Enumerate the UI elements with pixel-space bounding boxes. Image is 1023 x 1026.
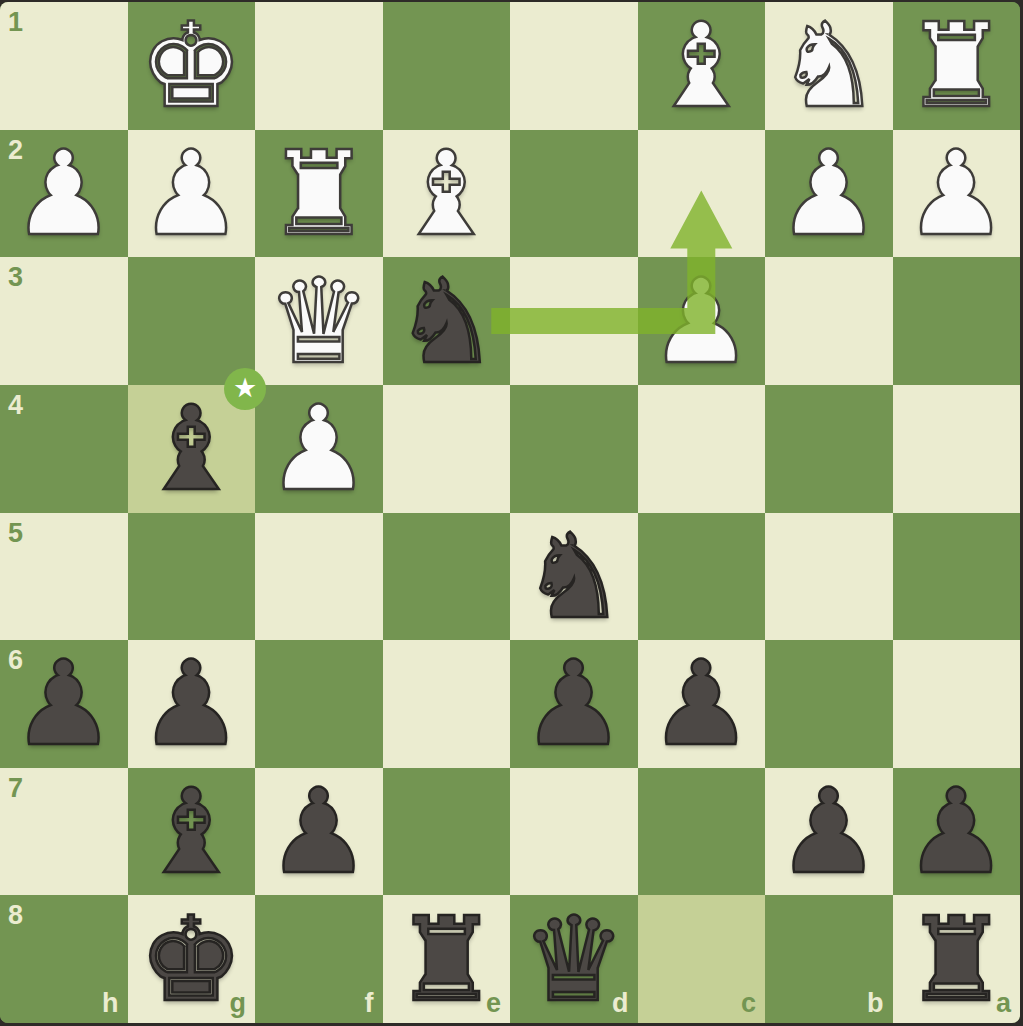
square-d8[interactable]: d♛ [510, 895, 638, 1023]
square-g5[interactable] [128, 513, 256, 641]
white-pawn[interactable]: ♟ [893, 130, 1021, 258]
square-c4[interactable] [638, 385, 766, 513]
white-pawn[interactable]: ♟ [128, 130, 256, 258]
black-pawn[interactable]: ♟ [765, 768, 893, 896]
square-g6[interactable]: ♟ [128, 640, 256, 768]
square-c5[interactable] [638, 513, 766, 641]
black-king[interactable]: ♚ [128, 895, 256, 1023]
board-grid: 1♚♝♞♜2♟♟♜♝♟♟3♛♞♟4♝♟5♞6♟♟♟♟7♝♟♟♟8hg♚fe♜d♛… [0, 2, 1020, 1023]
square-c8[interactable]: c [638, 895, 766, 1023]
square-c6[interactable]: ♟ [638, 640, 766, 768]
square-h5[interactable]: 5 [0, 513, 128, 641]
square-d7[interactable] [510, 768, 638, 896]
square-a1[interactable]: ♜ [893, 2, 1021, 130]
white-rook[interactable]: ♜ [893, 2, 1021, 130]
square-b2[interactable]: ♟ [765, 130, 893, 258]
white-king[interactable]: ♚ [128, 2, 256, 130]
black-pawn[interactable]: ♟ [510, 640, 638, 768]
square-f1[interactable] [255, 2, 383, 130]
rank-label-3: 3 [8, 264, 23, 291]
square-e6[interactable] [383, 640, 511, 768]
square-g3[interactable] [128, 257, 256, 385]
black-rook[interactable]: ♜ [383, 895, 511, 1023]
square-b7[interactable]: ♟ [765, 768, 893, 896]
square-h3[interactable]: 3 [0, 257, 128, 385]
chess-board: 1♚♝♞♜2♟♟♜♝♟♟3♛♞♟4♝♟5♞6♟♟♟♟7♝♟♟♟8hg♚fe♜d♛… [0, 2, 1020, 1023]
square-e4[interactable] [383, 385, 511, 513]
square-a7[interactable]: ♟ [893, 768, 1021, 896]
square-a3[interactable] [893, 257, 1021, 385]
square-d6[interactable]: ♟ [510, 640, 638, 768]
black-pawn[interactable]: ♟ [0, 640, 128, 768]
file-label-f: f [365, 990, 374, 1017]
white-queen[interactable]: ♛ [255, 257, 383, 385]
white-pawn[interactable]: ♟ [765, 130, 893, 258]
black-pawn[interactable]: ♟ [893, 768, 1021, 896]
square-a8[interactable]: a♜ [893, 895, 1021, 1023]
square-d3[interactable] [510, 257, 638, 385]
white-bishop[interactable]: ♝ [383, 130, 511, 258]
square-h4[interactable]: 4 [0, 385, 128, 513]
square-e1[interactable] [383, 2, 511, 130]
square-b3[interactable] [765, 257, 893, 385]
square-d4[interactable] [510, 385, 638, 513]
square-f3[interactable]: ♛ [255, 257, 383, 385]
square-g4[interactable]: ♝ [128, 385, 256, 513]
square-a4[interactable] [893, 385, 1021, 513]
black-bishop[interactable]: ♝ [128, 385, 256, 513]
square-a6[interactable] [893, 640, 1021, 768]
file-label-h: h [102, 990, 119, 1017]
black-queen[interactable]: ♛ [510, 895, 638, 1023]
rank-label-7: 7 [8, 775, 23, 802]
square-d5[interactable]: ♞ [510, 513, 638, 641]
white-pawn[interactable]: ♟ [255, 385, 383, 513]
rank-label-5: 5 [8, 520, 23, 547]
square-f5[interactable] [255, 513, 383, 641]
square-h2[interactable]: 2♟ [0, 130, 128, 258]
file-label-c: c [741, 990, 756, 1017]
square-e7[interactable] [383, 768, 511, 896]
black-knight[interactable]: ♞ [510, 513, 638, 641]
white-rook[interactable]: ♜ [255, 130, 383, 258]
square-f2[interactable]: ♜ [255, 130, 383, 258]
square-b8[interactable]: b [765, 895, 893, 1023]
square-e5[interactable] [383, 513, 511, 641]
square-f8[interactable]: f [255, 895, 383, 1023]
rank-label-8: 8 [8, 902, 23, 929]
square-f7[interactable]: ♟ [255, 768, 383, 896]
square-h7[interactable]: 7 [0, 768, 128, 896]
square-e8[interactable]: e♜ [383, 895, 511, 1023]
rank-label-4: 4 [8, 392, 23, 419]
square-c3[interactable]: ♟ [638, 257, 766, 385]
square-f6[interactable] [255, 640, 383, 768]
file-label-b: b [867, 990, 884, 1017]
square-c2[interactable] [638, 130, 766, 258]
square-d2[interactable] [510, 130, 638, 258]
square-h1[interactable]: 1 [0, 2, 128, 130]
square-b6[interactable] [765, 640, 893, 768]
white-knight[interactable]: ♞ [765, 2, 893, 130]
square-g8[interactable]: g♚ [128, 895, 256, 1023]
black-pawn[interactable]: ♟ [255, 768, 383, 896]
page-background: { "game": "chess", "ui_style": "chess.co… [0, 0, 1023, 1026]
black-rook[interactable]: ♜ [893, 895, 1021, 1023]
square-d1[interactable] [510, 2, 638, 130]
square-h6[interactable]: 6♟ [0, 640, 128, 768]
square-b1[interactable]: ♞ [765, 2, 893, 130]
square-g1[interactable]: ♚ [128, 2, 256, 130]
square-a5[interactable] [893, 513, 1021, 641]
white-pawn[interactable]: ♟ [638, 257, 766, 385]
square-e3[interactable]: ♞ [383, 257, 511, 385]
rank-label-1: 1 [8, 9, 23, 36]
square-c7[interactable] [638, 768, 766, 896]
white-bishop[interactable]: ♝ [638, 2, 766, 130]
square-a2[interactable]: ♟ [893, 130, 1021, 258]
white-pawn[interactable]: ♟ [0, 130, 128, 258]
square-b4[interactable] [765, 385, 893, 513]
square-c1[interactable]: ♝ [638, 2, 766, 130]
square-h8[interactable]: 8h [0, 895, 128, 1023]
square-g7[interactable]: ♝ [128, 768, 256, 896]
black-pawn[interactable]: ♟ [638, 640, 766, 768]
black-bishop[interactable]: ♝ [128, 768, 256, 896]
square-e2[interactable]: ♝ [383, 130, 511, 258]
square-b5[interactable] [765, 513, 893, 641]
square-g2[interactable]: ♟ [128, 130, 256, 258]
square-f4[interactable]: ♟ [255, 385, 383, 513]
black-pawn[interactable]: ♟ [128, 640, 256, 768]
black-knight[interactable]: ♞ [383, 257, 511, 385]
